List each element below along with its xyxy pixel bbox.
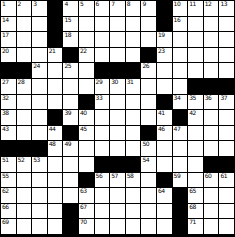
white-cell[interactable]: [141, 204, 156, 219]
white-cell[interactable]: [110, 188, 125, 203]
white-cell[interactable]: [173, 157, 188, 172]
clue-number: 64: [158, 188, 165, 194]
white-cell[interactable]: [95, 219, 110, 234]
white-cell[interactable]: [141, 17, 156, 32]
white-cell[interactable]: 64: [157, 188, 172, 203]
clue-number: 67: [80, 204, 87, 210]
clue-number: 58: [127, 173, 134, 179]
white-cell[interactable]: 8: [126, 1, 141, 16]
clue-number: 10: [174, 1, 181, 7]
clue-number: 47: [174, 126, 181, 132]
white-cell[interactable]: 40: [79, 110, 94, 125]
white-cell[interactable]: 50: [141, 141, 156, 156]
clue-number: 25: [64, 63, 71, 69]
black-cell: [17, 141, 32, 156]
white-cell[interactable]: 55: [1, 173, 16, 188]
white-cell[interactable]: 5: [79, 1, 94, 16]
clue-number: 24: [33, 63, 40, 69]
white-cell[interactable]: [48, 63, 63, 78]
white-cell[interactable]: [63, 157, 78, 172]
clue-number: 6: [96, 1, 99, 7]
white-cell[interactable]: [141, 79, 156, 94]
clue-number: 51: [2, 157, 9, 163]
white-cell[interactable]: [63, 173, 78, 188]
white-cell[interactable]: 35: [188, 95, 203, 110]
white-cell[interactable]: 65: [188, 188, 203, 203]
white-cell[interactable]: [141, 32, 156, 47]
white-cell[interactable]: [32, 219, 47, 234]
white-cell[interactable]: 15: [63, 17, 78, 32]
black-cell: [126, 157, 141, 172]
white-cell[interactable]: 23: [157, 48, 172, 63]
white-cell[interactable]: [219, 204, 234, 219]
white-cell[interactable]: [204, 63, 219, 78]
white-cell[interactable]: [17, 204, 32, 219]
white-cell[interactable]: 59: [173, 173, 188, 188]
white-cell[interactable]: [110, 141, 125, 156]
white-cell[interactable]: [95, 188, 110, 203]
white-cell[interactable]: 29: [95, 79, 110, 94]
white-cell[interactable]: [95, 141, 110, 156]
clue-number: 50: [142, 141, 149, 147]
white-cell[interactable]: 18: [63, 32, 78, 47]
white-cell[interactable]: 68: [188, 204, 203, 219]
black-cell: [219, 157, 234, 172]
white-cell[interactable]: [157, 204, 172, 219]
white-cell[interactable]: 70: [79, 219, 94, 234]
white-cell[interactable]: [126, 95, 141, 110]
clue-number: 61: [220, 173, 227, 179]
white-cell[interactable]: [17, 32, 32, 47]
white-cell[interactable]: [48, 219, 63, 234]
white-cell[interactable]: 44: [48, 126, 63, 141]
white-cell[interactable]: [173, 48, 188, 63]
white-cell[interactable]: 26: [141, 63, 156, 78]
white-cell[interactable]: [219, 141, 234, 156]
clue-number: 46: [158, 126, 165, 132]
clue-number: 36: [205, 95, 212, 101]
white-cell[interactable]: 7: [110, 1, 125, 16]
white-cell[interactable]: [79, 63, 94, 78]
clue-number: 62: [2, 188, 9, 194]
white-cell[interactable]: 63: [79, 188, 94, 203]
white-cell[interactable]: [79, 17, 94, 32]
white-cell[interactable]: 19: [157, 32, 172, 47]
white-cell[interactable]: [48, 157, 63, 172]
black-cell: [173, 204, 188, 219]
white-cell[interactable]: 38: [1, 110, 16, 125]
clue-number: 17: [2, 32, 9, 38]
black-cell: [157, 17, 172, 32]
white-cell[interactable]: [141, 173, 156, 188]
clue-number: 31: [127, 79, 134, 85]
white-cell[interactable]: 42: [188, 110, 203, 125]
clue-number: 48: [49, 141, 56, 147]
white-cell[interactable]: [110, 219, 125, 234]
black-cell: [17, 63, 32, 78]
black-cell: [95, 157, 110, 172]
white-cell[interactable]: [157, 79, 172, 94]
white-cell[interactable]: [17, 110, 32, 125]
white-cell[interactable]: [95, 110, 110, 125]
white-cell[interactable]: [32, 188, 47, 203]
white-cell[interactable]: [63, 79, 78, 94]
white-cell[interactable]: [219, 219, 234, 234]
clue-number: 34: [174, 95, 181, 101]
white-cell[interactable]: [126, 110, 141, 125]
white-cell[interactable]: 48: [48, 141, 63, 156]
clue-number: 26: [142, 63, 149, 69]
black-cell: [173, 219, 188, 234]
black-cell: [1, 63, 16, 78]
clue-number: 66: [2, 204, 9, 210]
white-cell[interactable]: 4: [63, 1, 78, 16]
white-cell[interactable]: [188, 126, 203, 141]
white-cell[interactable]: [110, 95, 125, 110]
white-cell[interactable]: 60: [204, 173, 219, 188]
clue-number: 7: [111, 1, 114, 7]
white-cell[interactable]: [126, 48, 141, 63]
clue-number: 15: [64, 17, 71, 23]
white-cell[interactable]: 69: [1, 219, 16, 234]
clue-number: 49: [64, 141, 71, 147]
white-cell[interactable]: [95, 48, 110, 63]
black-cell: [126, 63, 141, 78]
clue-number: 16: [174, 17, 181, 23]
white-cell[interactable]: 16: [173, 17, 188, 32]
black-cell: [204, 157, 219, 172]
black-cell: [95, 63, 110, 78]
white-cell[interactable]: 61: [219, 173, 234, 188]
clue-number: 11: [189, 1, 196, 7]
white-cell[interactable]: 22: [79, 48, 94, 63]
clue-number: 68: [189, 204, 196, 210]
black-cell: [110, 63, 125, 78]
clue-number: 35: [189, 95, 196, 101]
white-cell[interactable]: [17, 188, 32, 203]
white-cell[interactable]: 1: [1, 1, 16, 16]
white-cell[interactable]: 62: [1, 188, 16, 203]
white-cell[interactable]: 34: [173, 95, 188, 110]
white-cell[interactable]: [204, 17, 219, 32]
white-cell[interactable]: [188, 32, 203, 47]
white-cell[interactable]: [48, 188, 63, 203]
white-cell[interactable]: [110, 126, 125, 141]
white-cell[interactable]: [110, 204, 125, 219]
white-cell[interactable]: [63, 95, 78, 110]
clue-number: 56: [96, 173, 103, 179]
white-cell[interactable]: 6: [95, 1, 110, 16]
clue-number: 55: [2, 173, 9, 179]
white-cell[interactable]: [141, 110, 156, 125]
white-cell[interactable]: [95, 32, 110, 47]
white-cell[interactable]: [141, 95, 156, 110]
white-cell[interactable]: 12: [204, 1, 219, 16]
black-cell: [48, 32, 63, 47]
clue-number: 1: [2, 1, 5, 7]
clue-number: 3: [33, 1, 36, 7]
clue-number: 4: [64, 1, 67, 7]
white-cell[interactable]: [95, 17, 110, 32]
white-cell[interactable]: [32, 110, 47, 125]
black-cell: [173, 110, 188, 125]
clue-number: 38: [2, 110, 9, 116]
clue-number: 41: [158, 110, 165, 116]
black-cell: [188, 79, 203, 94]
white-cell[interactable]: [204, 110, 219, 125]
white-cell[interactable]: [126, 204, 141, 219]
clue-number: 27: [2, 79, 9, 85]
white-cell[interactable]: [32, 204, 47, 219]
clue-number: 44: [49, 126, 56, 132]
white-cell[interactable]: 71: [188, 219, 203, 234]
white-cell[interactable]: [48, 79, 63, 94]
clue-number: 71: [189, 219, 196, 225]
white-cell[interactable]: 28: [17, 79, 32, 94]
white-cell[interactable]: [126, 32, 141, 47]
white-cell[interactable]: [219, 188, 234, 203]
white-cell[interactable]: [204, 32, 219, 47]
white-cell[interactable]: 45: [79, 126, 94, 141]
clue-number: 54: [142, 157, 149, 163]
white-cell[interactable]: 2: [17, 1, 32, 16]
clue-number: 23: [158, 48, 165, 54]
clue-number: 70: [80, 219, 87, 225]
clue-number: 33: [96, 95, 103, 101]
clue-number: 2: [18, 1, 21, 7]
white-cell[interactable]: [126, 17, 141, 32]
white-cell[interactable]: [188, 157, 203, 172]
white-cell[interactable]: [110, 32, 125, 47]
crossword-grid: 1234567891011121314151617181920212223242…: [0, 0, 235, 237]
white-cell[interactable]: 33: [95, 95, 110, 110]
white-cell[interactable]: [219, 110, 234, 125]
white-cell[interactable]: 57: [110, 173, 125, 188]
white-cell[interactable]: [141, 188, 156, 203]
white-cell[interactable]: [32, 48, 47, 63]
white-cell[interactable]: 47: [173, 126, 188, 141]
black-cell: [204, 79, 219, 94]
white-cell[interactable]: 37: [219, 95, 234, 110]
white-cell[interactable]: 21: [48, 48, 63, 63]
white-cell[interactable]: [63, 188, 78, 203]
clue-number: 69: [2, 219, 9, 225]
white-cell[interactable]: 49: [63, 141, 78, 156]
black-cell: [48, 110, 63, 125]
white-cell[interactable]: 46: [157, 126, 172, 141]
clue-number: 65: [189, 188, 196, 194]
clue-number: 60: [205, 173, 212, 179]
clue-number: 39: [64, 110, 71, 116]
white-cell[interactable]: 53: [32, 157, 47, 172]
black-cell: [173, 188, 188, 203]
white-cell[interactable]: 51: [1, 157, 16, 172]
white-cell[interactable]: [17, 95, 32, 110]
white-cell[interactable]: [219, 63, 234, 78]
black-cell: [157, 1, 172, 16]
white-cell[interactable]: [219, 32, 234, 47]
black-cell: [63, 219, 78, 234]
clue-number: 13: [220, 1, 227, 7]
white-cell[interactable]: [204, 188, 219, 203]
white-cell[interactable]: [157, 141, 172, 156]
white-cell[interactable]: 52: [17, 157, 32, 172]
white-cell[interactable]: [79, 32, 94, 47]
black-cell: [63, 204, 78, 219]
white-cell[interactable]: [204, 48, 219, 63]
white-cell[interactable]: 13: [219, 1, 234, 16]
white-cell[interactable]: [32, 95, 47, 110]
clue-number: 29: [96, 79, 103, 85]
white-cell[interactable]: [157, 219, 172, 234]
black-cell: [32, 141, 47, 156]
white-cell[interactable]: 56: [95, 173, 110, 188]
white-cell[interactable]: [219, 48, 234, 63]
clue-number: 43: [2, 126, 9, 132]
black-cell: [157, 95, 172, 110]
white-cell[interactable]: [32, 32, 47, 47]
white-cell[interactable]: [32, 173, 47, 188]
white-cell[interactable]: [126, 141, 141, 156]
black-cell: [63, 126, 78, 141]
black-cell: [79, 173, 94, 188]
clue-number: 32: [2, 95, 9, 101]
white-cell[interactable]: 43: [1, 126, 16, 141]
black-cell: [141, 48, 156, 63]
white-cell[interactable]: [188, 141, 203, 156]
clue-number: 22: [80, 48, 87, 54]
white-cell[interactable]: [204, 204, 219, 219]
white-cell[interactable]: [173, 32, 188, 47]
white-cell[interactable]: [17, 126, 32, 141]
white-cell[interactable]: [204, 126, 219, 141]
white-cell[interactable]: 24: [32, 63, 47, 78]
clue-number: 14: [2, 17, 9, 23]
white-cell[interactable]: [173, 141, 188, 156]
white-cell[interactable]: [48, 204, 63, 219]
white-cell[interactable]: [95, 204, 110, 219]
white-cell[interactable]: 66: [1, 204, 16, 219]
white-cell[interactable]: [173, 63, 188, 78]
clue-number: 5: [80, 1, 83, 7]
black-cell: [1, 141, 16, 156]
white-cell[interactable]: [17, 17, 32, 32]
white-cell[interactable]: 39: [63, 110, 78, 125]
white-cell[interactable]: [188, 63, 203, 78]
white-cell[interactable]: 25: [63, 63, 78, 78]
clue-number: 45: [80, 126, 87, 132]
black-cell: [110, 157, 125, 172]
clue-number: 59: [174, 173, 181, 179]
black-cell: [63, 48, 78, 63]
white-cell[interactable]: 58: [126, 173, 141, 188]
white-cell[interactable]: [95, 126, 110, 141]
clue-number: 57: [111, 173, 118, 179]
white-cell[interactable]: 17: [1, 32, 16, 47]
white-cell[interactable]: [188, 17, 203, 32]
white-cell[interactable]: 31: [126, 79, 141, 94]
black-cell: [48, 1, 63, 16]
white-cell[interactable]: 54: [141, 157, 156, 172]
clue-number: 18: [64, 32, 71, 38]
clue-number: 40: [80, 110, 87, 116]
white-cell[interactable]: 67: [79, 204, 94, 219]
clue-number: 28: [18, 79, 25, 85]
white-cell[interactable]: 3: [32, 1, 47, 16]
white-cell[interactable]: [79, 79, 94, 94]
white-cell[interactable]: [32, 17, 47, 32]
white-cell[interactable]: 32: [1, 95, 16, 110]
white-cell[interactable]: 41: [157, 110, 172, 125]
white-cell[interactable]: [110, 17, 125, 32]
white-cell[interactable]: [17, 173, 32, 188]
white-cell[interactable]: [79, 141, 94, 156]
black-cell: [79, 95, 94, 110]
white-cell[interactable]: [126, 219, 141, 234]
white-cell[interactable]: [32, 126, 47, 141]
white-cell[interactable]: [219, 126, 234, 141]
black-cell: [48, 17, 63, 32]
white-cell[interactable]: 10: [173, 1, 188, 16]
white-cell[interactable]: 36: [204, 95, 219, 110]
white-cell[interactable]: [204, 141, 219, 156]
white-cell[interactable]: [32, 79, 47, 94]
clue-number: 63: [80, 188, 87, 194]
white-cell[interactable]: [204, 219, 219, 234]
clue-number: 53: [33, 157, 40, 163]
clue-number: 12: [205, 1, 212, 7]
white-cell[interactable]: [110, 110, 125, 125]
white-cell[interactable]: [219, 17, 234, 32]
black-cell: [141, 126, 156, 141]
crossword-puzzle: 1234567891011121314151617181920212223242…: [0, 0, 235, 237]
white-cell[interactable]: [157, 63, 172, 78]
white-cell[interactable]: [188, 48, 203, 63]
white-cell[interactable]: 11: [188, 1, 203, 16]
white-cell[interactable]: 27: [1, 79, 16, 94]
black-cell: [219, 79, 234, 94]
white-cell[interactable]: [17, 48, 32, 63]
clue-number: 30: [111, 79, 118, 85]
white-cell[interactable]: [48, 173, 63, 188]
clue-number: 20: [2, 48, 9, 54]
white-cell[interactable]: [173, 79, 188, 94]
white-cell[interactable]: [79, 157, 94, 172]
white-cell[interactable]: 30: [110, 79, 125, 94]
white-cell[interactable]: 14: [1, 17, 16, 32]
clue-number: 42: [189, 110, 196, 116]
white-cell[interactable]: [126, 188, 141, 203]
white-cell[interactable]: [141, 219, 156, 234]
clue-number: 9: [142, 1, 145, 7]
black-cell: [157, 173, 172, 188]
white-cell[interactable]: [157, 157, 172, 172]
white-cell[interactable]: [48, 95, 63, 110]
clue-number: 37: [220, 95, 227, 101]
clue-number: 19: [158, 32, 165, 38]
white-cell[interactable]: [126, 126, 141, 141]
clue-number: 21: [49, 48, 56, 54]
clue-number: 52: [18, 157, 25, 163]
white-cell[interactable]: [188, 173, 203, 188]
white-cell[interactable]: 9: [141, 1, 156, 16]
white-cell[interactable]: 20: [1, 48, 16, 63]
white-cell[interactable]: [110, 48, 125, 63]
clue-number: 8: [127, 1, 130, 7]
white-cell[interactable]: [17, 219, 32, 234]
